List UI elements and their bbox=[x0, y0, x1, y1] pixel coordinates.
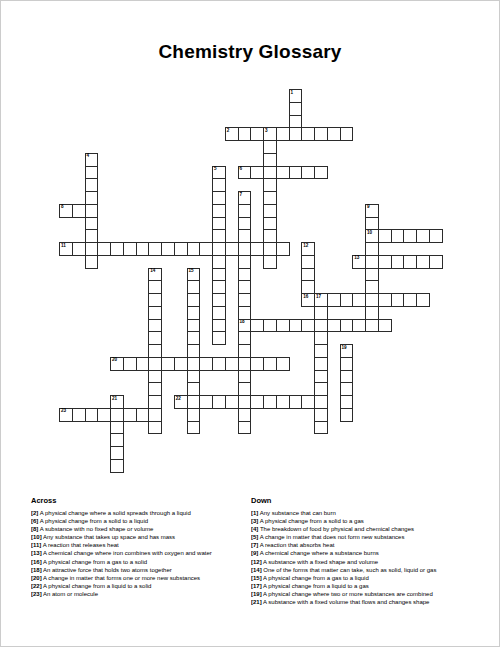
grid-cell[interactable] bbox=[263, 191, 277, 205]
grid-cell[interactable] bbox=[85, 178, 99, 192]
grid-cell[interactable] bbox=[212, 268, 226, 282]
clue-down-1: [1] Any substance that can burn bbox=[251, 509, 476, 517]
grid-cell[interactable] bbox=[365, 306, 379, 320]
grid-cell[interactable] bbox=[148, 319, 162, 333]
grid-cell[interactable] bbox=[327, 293, 341, 307]
grid-cell[interactable] bbox=[187, 293, 201, 307]
grid-cell[interactable] bbox=[276, 242, 290, 256]
clue-number: [3] bbox=[251, 518, 258, 524]
grid-cell[interactable] bbox=[276, 319, 290, 333]
grid-cell[interactable] bbox=[340, 395, 354, 409]
grid-cell[interactable] bbox=[148, 408, 162, 422]
grid-cell[interactable] bbox=[340, 408, 354, 422]
grid-cell[interactable] bbox=[238, 408, 252, 422]
grid-cell[interactable] bbox=[187, 306, 201, 320]
grid-cell[interactable]: 6 bbox=[238, 166, 252, 180]
grid-cell[interactable] bbox=[238, 229, 252, 243]
cell-number: 5 bbox=[214, 167, 217, 172]
grid-cell[interactable] bbox=[403, 293, 417, 307]
grid-cell[interactable]: 16 bbox=[301, 293, 315, 307]
clue-down-12: [12] A substance with a fixed shape and … bbox=[251, 558, 476, 566]
grid-cell[interactable] bbox=[314, 127, 328, 141]
grid-cell[interactable] bbox=[429, 255, 443, 269]
cell-number: 3 bbox=[265, 129, 268, 134]
grid-cell[interactable] bbox=[187, 319, 201, 333]
grid-cell[interactable] bbox=[301, 255, 315, 269]
grid-cell[interactable] bbox=[391, 293, 405, 307]
cell-number: 15 bbox=[189, 269, 194, 274]
grid-cell[interactable] bbox=[212, 242, 226, 256]
grid-cell[interactable] bbox=[250, 395, 264, 409]
cell-number: 22 bbox=[176, 397, 181, 402]
grid-cell[interactable] bbox=[327, 127, 341, 141]
grid-cell[interactable] bbox=[110, 433, 124, 447]
grid-cell[interactable] bbox=[289, 115, 303, 129]
grid-cell[interactable] bbox=[212, 306, 226, 320]
grid-cell[interactable] bbox=[136, 357, 150, 371]
grid-cell[interactable] bbox=[340, 357, 354, 371]
grid-cell[interactable] bbox=[110, 408, 124, 422]
clue-across-10: [10] Any substance that takes up space a… bbox=[31, 533, 246, 541]
grid-cell[interactable] bbox=[187, 280, 201, 294]
grid-cell[interactable] bbox=[314, 408, 328, 422]
grid-cell[interactable] bbox=[123, 357, 137, 371]
grid-cell[interactable] bbox=[212, 204, 226, 218]
grid-cell[interactable] bbox=[212, 319, 226, 333]
grid-cell[interactable] bbox=[148, 242, 162, 256]
grid-cell[interactable] bbox=[314, 319, 328, 333]
clue-number: [20] bbox=[31, 575, 42, 581]
grid-cell[interactable]: 5 bbox=[212, 166, 226, 180]
grid-cell[interactable] bbox=[250, 242, 264, 256]
cell-number: 16 bbox=[303, 295, 308, 300]
grid-cell[interactable] bbox=[148, 293, 162, 307]
clue-across-6: [6] A physical change from a solid to a … bbox=[31, 517, 246, 525]
grid-cell[interactable] bbox=[187, 382, 201, 396]
clue-number: [23] bbox=[31, 591, 42, 597]
grid-cell[interactable]: 10 bbox=[365, 229, 379, 243]
down-clue-list: [1] Any substance that can burn[3] A phy… bbox=[251, 509, 476, 607]
down-clues-section: Down [1] Any substance that can burn[3] … bbox=[251, 497, 476, 607]
clue-across-18: [18] An attractive force that holds two … bbox=[31, 566, 246, 574]
grid-cell[interactable] bbox=[314, 166, 328, 180]
grid-cell[interactable] bbox=[238, 395, 252, 409]
grid-cell[interactable] bbox=[85, 217, 99, 231]
grid-cell[interactable] bbox=[238, 306, 252, 320]
grid-cell[interactable] bbox=[238, 242, 252, 256]
grid-cell[interactable] bbox=[238, 344, 252, 358]
cell-number: 8 bbox=[61, 205, 64, 210]
grid-cell[interactable] bbox=[148, 331, 162, 345]
cell-number: 14 bbox=[150, 269, 155, 274]
grid-cell[interactable] bbox=[263, 178, 277, 192]
grid-cell[interactable] bbox=[136, 242, 150, 256]
grid-cell[interactable] bbox=[263, 166, 277, 180]
cell-number: 11 bbox=[61, 244, 66, 249]
clue-across-22: [22] A physical change from a liquid to … bbox=[31, 582, 246, 590]
grid-cell[interactable] bbox=[301, 127, 315, 141]
grid-cell[interactable]: 22 bbox=[174, 395, 188, 409]
across-clues-section: Across [2] A physical change where a sol… bbox=[31, 497, 246, 598]
grid-cell[interactable] bbox=[301, 319, 315, 333]
grid-cell[interactable]: 18 bbox=[238, 319, 252, 333]
grid-cell[interactable] bbox=[110, 242, 124, 256]
grid-cell[interactable] bbox=[85, 166, 99, 180]
grid-cell[interactable]: 7 bbox=[238, 191, 252, 205]
clue-down-7: [7] A reaction that absorbs heat bbox=[251, 541, 476, 549]
clue-number: [13] bbox=[31, 550, 42, 556]
cell-number: 10 bbox=[367, 231, 372, 236]
grid-cell[interactable] bbox=[238, 293, 252, 307]
grid-cell[interactable] bbox=[238, 217, 252, 231]
clue-number: [19] bbox=[251, 591, 262, 597]
grid-cell[interactable] bbox=[250, 319, 264, 333]
clue-number: [4] bbox=[251, 526, 258, 532]
grid-cell[interactable]: 20 bbox=[110, 357, 124, 371]
clue-number: [8] bbox=[31, 526, 38, 532]
grid-cell[interactable] bbox=[314, 331, 328, 345]
grid-cell[interactable] bbox=[212, 217, 226, 231]
cell-number: 21 bbox=[112, 397, 117, 402]
clue-down-3: [3] A physical change from a solid to a … bbox=[251, 517, 476, 525]
grid-cell[interactable] bbox=[365, 217, 379, 231]
grid-cell[interactable] bbox=[276, 395, 290, 409]
grid-cell[interactable] bbox=[378, 319, 392, 333]
grid-cell[interactable] bbox=[276, 357, 290, 371]
grid-cell[interactable]: 23 bbox=[59, 408, 73, 422]
clue-number: [6] bbox=[31, 518, 38, 524]
grid-cell[interactable] bbox=[263, 217, 277, 231]
clue-number: [10] bbox=[31, 534, 42, 540]
grid-cell[interactable] bbox=[238, 382, 252, 396]
grid-cell[interactable] bbox=[187, 421, 201, 435]
grid-cell[interactable] bbox=[148, 344, 162, 358]
grid-cell[interactable] bbox=[110, 459, 124, 473]
grid-cell[interactable] bbox=[199, 242, 213, 256]
grid-cell[interactable] bbox=[123, 242, 137, 256]
grid-cell[interactable] bbox=[340, 370, 354, 384]
grid-cell[interactable] bbox=[238, 357, 252, 371]
cell-number: 17 bbox=[316, 295, 321, 300]
down-heading: Down bbox=[251, 497, 476, 505]
across-clue-list: [2] A physical change where a solid spre… bbox=[31, 509, 246, 599]
grid-cell[interactable] bbox=[416, 255, 430, 269]
grid-cell[interactable] bbox=[212, 280, 226, 294]
clue-across-2: [2] A physical change where a solid spre… bbox=[31, 509, 246, 517]
grid-cell[interactable]: 19 bbox=[340, 344, 354, 358]
grid-cell[interactable] bbox=[123, 408, 137, 422]
clue-number: [5] bbox=[251, 534, 258, 540]
puzzle-title: Chemistry Glossary bbox=[1, 41, 499, 63]
grid-cell[interactable] bbox=[85, 191, 99, 205]
grid-cell[interactable]: 4 bbox=[85, 153, 99, 167]
clue-across-8: [8] A substance with no fixed shape or v… bbox=[31, 525, 246, 533]
grid-cell[interactable] bbox=[187, 242, 201, 256]
grid-cell[interactable] bbox=[263, 204, 277, 218]
grid-cell[interactable] bbox=[212, 357, 226, 371]
grid-cell[interactable] bbox=[314, 370, 328, 384]
grid-cell[interactable] bbox=[97, 242, 111, 256]
grid-cell[interactable] bbox=[301, 280, 315, 294]
grid-cell[interactable] bbox=[263, 229, 277, 243]
grid-cell[interactable] bbox=[238, 268, 252, 282]
clue-number: [16] bbox=[31, 559, 42, 565]
grid-cell[interactable] bbox=[85, 204, 99, 218]
grid-cell[interactable] bbox=[352, 319, 366, 333]
grid-cell[interactable] bbox=[250, 357, 264, 371]
clue-down-15: [15] A physical change from a gas to a l… bbox=[251, 574, 476, 582]
worksheet-page: Chemistry Glossary 236810111316171820222… bbox=[0, 0, 500, 647]
clue-number: [9] bbox=[251, 550, 258, 556]
grid-cell[interactable] bbox=[85, 408, 99, 422]
cell-number: 18 bbox=[240, 320, 245, 325]
grid-cell[interactable] bbox=[365, 319, 379, 333]
cell-number: 20 bbox=[112, 358, 117, 363]
grid-cell[interactable] bbox=[263, 242, 277, 256]
clue-across-16: [16] A physical change from a gas to a s… bbox=[31, 558, 246, 566]
grid-cell[interactable] bbox=[85, 242, 99, 256]
clue-number: [22] bbox=[31, 583, 42, 589]
grid-cell[interactable] bbox=[174, 357, 188, 371]
grid-cell[interactable]: 2 bbox=[225, 127, 239, 141]
grid-cell[interactable] bbox=[85, 229, 99, 243]
grid-cell[interactable] bbox=[365, 255, 379, 269]
clue-down-5: [5] A change in matter that does not for… bbox=[251, 533, 476, 541]
clue-number: [11] bbox=[31, 542, 41, 548]
grid-cell[interactable] bbox=[187, 331, 201, 345]
cell-number: 1 bbox=[291, 91, 294, 96]
grid-cell[interactable] bbox=[225, 357, 239, 371]
grid-cell[interactable] bbox=[212, 178, 226, 192]
grid-cell[interactable] bbox=[340, 127, 354, 141]
clue-number: [12] bbox=[251, 559, 262, 565]
grid-cell[interactable] bbox=[238, 421, 252, 435]
grid-cell[interactable] bbox=[212, 229, 226, 243]
cell-number: 4 bbox=[87, 154, 90, 159]
grid-cell[interactable] bbox=[263, 395, 277, 409]
grid-cell[interactable]: 9 bbox=[365, 204, 379, 218]
grid-cell[interactable]: 11 bbox=[59, 242, 73, 256]
grid-cell[interactable] bbox=[238, 204, 252, 218]
grid-cell[interactable] bbox=[225, 395, 239, 409]
grid-cell[interactable] bbox=[314, 357, 328, 371]
grid-cell[interactable] bbox=[263, 357, 277, 371]
grid-cell[interactable] bbox=[263, 255, 277, 269]
grid-cell[interactable] bbox=[199, 395, 213, 409]
grid-cell[interactable] bbox=[148, 280, 162, 294]
grid-cell[interactable] bbox=[289, 127, 303, 141]
grid-cell[interactable] bbox=[340, 319, 354, 333]
grid-cell[interactable]: 12 bbox=[301, 242, 315, 256]
clue-number: [7] bbox=[251, 542, 258, 548]
cell-number: 13 bbox=[354, 256, 359, 261]
grid-cell[interactable] bbox=[212, 331, 226, 345]
grid-cell[interactable] bbox=[403, 255, 417, 269]
grid-cell[interactable] bbox=[289, 102, 303, 116]
grid-cell[interactable] bbox=[327, 319, 341, 333]
grid-cell[interactable] bbox=[148, 370, 162, 384]
grid-cell[interactable] bbox=[365, 280, 379, 294]
grid-cell[interactable] bbox=[85, 255, 99, 269]
grid-cell[interactable] bbox=[391, 229, 405, 243]
grid-cell[interactable] bbox=[314, 421, 328, 435]
grid-cell[interactable] bbox=[378, 229, 392, 243]
grid-cell[interactable]: 14 bbox=[148, 268, 162, 282]
grid-cell[interactable] bbox=[72, 408, 86, 422]
grid-cell[interactable] bbox=[301, 268, 315, 282]
grid-cell[interactable] bbox=[161, 242, 175, 256]
grid-cell[interactable] bbox=[378, 293, 392, 307]
grid-cell[interactable] bbox=[225, 242, 239, 256]
clue-number: [17] bbox=[251, 583, 262, 589]
grid-cell[interactable] bbox=[352, 293, 366, 307]
grid-cell[interactable] bbox=[250, 127, 264, 141]
grid-cell[interactable] bbox=[276, 166, 290, 180]
clue-number: [1] bbox=[251, 510, 258, 516]
grid-cell[interactable] bbox=[136, 408, 150, 422]
grid-cell[interactable] bbox=[238, 127, 252, 141]
crossword-grid: 2368101113161718202223145791214151921 bbox=[59, 89, 443, 473]
grid-cell[interactable] bbox=[250, 166, 264, 180]
clue-number: [21] bbox=[251, 599, 262, 605]
clue-number: [2] bbox=[31, 510, 38, 516]
grid-cell[interactable] bbox=[148, 395, 162, 409]
grid-cell[interactable] bbox=[187, 370, 201, 384]
clue-down-9: [9] A chemical change where a substance … bbox=[251, 549, 476, 557]
clue-down-21: [21] A substance with a fixed volume tha… bbox=[251, 598, 476, 606]
across-heading: Across bbox=[31, 497, 246, 505]
grid-cell[interactable] bbox=[340, 382, 354, 396]
grid-cell[interactable] bbox=[212, 395, 226, 409]
clue-number: [15] bbox=[251, 575, 262, 581]
cell-number: 12 bbox=[303, 244, 308, 249]
grid-cell[interactable] bbox=[301, 166, 315, 180]
grid-cell[interactable] bbox=[340, 293, 354, 307]
grid-cell[interactable] bbox=[301, 395, 315, 409]
grid-cell[interactable] bbox=[187, 395, 201, 409]
grid-cell[interactable] bbox=[148, 357, 162, 371]
grid-cell[interactable] bbox=[263, 153, 277, 167]
cell-number: 19 bbox=[342, 346, 347, 351]
grid-cell[interactable] bbox=[174, 242, 188, 256]
grid-cell[interactable] bbox=[72, 204, 86, 218]
grid-cell[interactable] bbox=[378, 255, 392, 269]
cell-number: 9 bbox=[367, 205, 370, 210]
grid-cell[interactable] bbox=[238, 255, 252, 269]
grid-cell[interactable] bbox=[187, 344, 201, 358]
grid-cell[interactable] bbox=[276, 127, 290, 141]
grid-cell[interactable] bbox=[187, 408, 201, 422]
grid-cell[interactable] bbox=[238, 370, 252, 384]
grid-cell[interactable] bbox=[72, 242, 86, 256]
grid-cell[interactable] bbox=[263, 140, 277, 154]
clue-down-4: [4] The breakdown of food by physical an… bbox=[251, 525, 476, 533]
grid-cell[interactable] bbox=[212, 191, 226, 205]
grid-cell[interactable] bbox=[289, 166, 303, 180]
cell-number: 6 bbox=[240, 167, 243, 172]
grid-cell[interactable] bbox=[212, 293, 226, 307]
grid-cell[interactable] bbox=[238, 331, 252, 345]
grid-cell[interactable] bbox=[365, 293, 379, 307]
grid-cell[interactable] bbox=[403, 229, 417, 243]
clue-down-17: [17] A physical change from a liquid to … bbox=[251, 582, 476, 590]
grid-cell[interactable]: 3 bbox=[263, 127, 277, 141]
grid-cell[interactable] bbox=[148, 421, 162, 435]
grid-cell[interactable] bbox=[314, 395, 328, 409]
grid-cell[interactable]: 1 bbox=[289, 89, 303, 103]
grid-cell[interactable] bbox=[212, 255, 226, 269]
clue-across-20: [20] A change in matter that forms one o… bbox=[31, 574, 246, 582]
grid-cell[interactable]: 8 bbox=[59, 204, 73, 218]
grid-cell[interactable] bbox=[416, 229, 430, 243]
grid-cell[interactable]: 15 bbox=[187, 268, 201, 282]
grid-cell[interactable] bbox=[187, 357, 201, 371]
grid-cell[interactable] bbox=[314, 344, 328, 358]
grid-cell[interactable]: 17 bbox=[314, 293, 328, 307]
grid-cell[interactable] bbox=[148, 382, 162, 396]
clue-across-23: [23] An atom or molecule bbox=[31, 590, 246, 598]
clue-down-14: [14] One of the forms that matter can ta… bbox=[251, 566, 476, 574]
clue-across-11: [11] A reaction that releases heat bbox=[31, 541, 246, 549]
grid-cell[interactable] bbox=[263, 319, 277, 333]
clue-number: [18] bbox=[31, 567, 42, 573]
grid-cell[interactable] bbox=[416, 293, 430, 307]
grid-cell[interactable] bbox=[97, 408, 111, 422]
cell-number: 23 bbox=[61, 409, 66, 414]
grid-cell[interactable] bbox=[365, 268, 379, 282]
grid-cell[interactable] bbox=[365, 242, 379, 256]
grid-cell[interactable]: 21 bbox=[110, 395, 124, 409]
grid-cell[interactable] bbox=[148, 306, 162, 320]
clue-down-19: [19] A physical change where two or more… bbox=[251, 590, 476, 598]
grid-cell[interactable] bbox=[110, 446, 124, 460]
grid-cell[interactable] bbox=[289, 395, 303, 409]
cell-number: 7 bbox=[240, 193, 243, 198]
grid-cell[interactable] bbox=[161, 357, 175, 371]
clue-across-13: [13] A chemical change where iron combin… bbox=[31, 549, 246, 557]
grid-cell[interactable] bbox=[110, 421, 124, 435]
grid-cell[interactable] bbox=[199, 357, 213, 371]
grid-cell[interactable] bbox=[429, 229, 443, 243]
grid-cell[interactable]: 13 bbox=[352, 255, 366, 269]
clue-number: [14] bbox=[251, 567, 262, 573]
grid-cell[interactable] bbox=[391, 255, 405, 269]
grid-cell[interactable] bbox=[314, 382, 328, 396]
grid-cell[interactable] bbox=[238, 280, 252, 294]
grid-cell[interactable] bbox=[289, 319, 303, 333]
cell-number: 2 bbox=[227, 129, 230, 134]
grid-cell[interactable] bbox=[314, 306, 328, 320]
